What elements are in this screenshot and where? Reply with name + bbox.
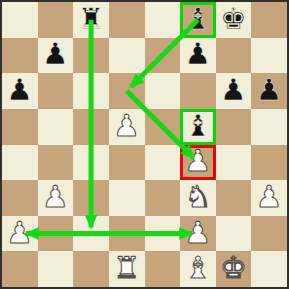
chess-board-frame: ♜♝♚♟♟♟♟♟♟♝♟♟♞♟♟♟♜♝♚ — [0, 0, 289, 289]
arrow-f8-d6 — [131, 20, 198, 87]
analysis-arrows — [2, 2, 287, 287]
arrow-d6-f4 — [127, 91, 194, 158]
